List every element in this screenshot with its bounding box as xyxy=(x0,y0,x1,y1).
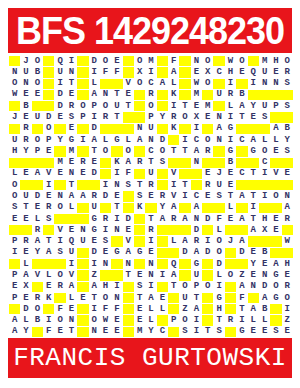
letter-cell: I xyxy=(225,112,236,122)
letter-cell: I xyxy=(259,191,270,201)
letter-cell: E xyxy=(134,304,145,314)
block-cell xyxy=(270,248,281,258)
letter-cell: E xyxy=(111,56,122,66)
letter-cell: S xyxy=(213,191,224,201)
block-cell xyxy=(123,304,134,314)
letter-cell: A xyxy=(270,124,281,134)
letter-cell: L xyxy=(66,293,77,303)
letter-cell: I xyxy=(225,135,236,145)
letter-cell: T xyxy=(236,112,247,122)
letter-cell: E xyxy=(43,282,54,292)
letter-cell: E xyxy=(89,236,100,246)
letter-cell: H xyxy=(282,259,293,269)
block-cell xyxy=(20,225,31,235)
letter-cell: T xyxy=(179,146,190,156)
block-cell xyxy=(282,248,293,258)
letter-cell: E xyxy=(134,315,145,325)
letter-cell: U xyxy=(54,67,65,77)
letter-cell: E xyxy=(202,191,213,201)
letter-cell: N xyxy=(123,259,134,269)
letter-cell: R xyxy=(225,315,236,325)
letter-cell: U xyxy=(89,203,100,213)
letter-cell: U xyxy=(32,112,43,122)
letter-cell: Q xyxy=(168,259,179,269)
letter-cell: V xyxy=(66,270,77,280)
letter-cell: I xyxy=(100,180,111,190)
block-cell xyxy=(282,158,293,168)
block-cell xyxy=(213,203,224,213)
block-cell xyxy=(77,56,88,66)
letter-cell: T xyxy=(134,293,145,303)
letter-cell: O xyxy=(202,135,213,145)
letter-cell: D xyxy=(100,191,111,201)
letter-cell: O xyxy=(213,236,224,246)
letter-cell: A xyxy=(236,101,247,111)
letter-cell: E xyxy=(123,225,134,235)
letter-cell: T xyxy=(202,327,213,337)
letter-cell: A xyxy=(66,191,77,201)
block-cell xyxy=(43,56,54,66)
letter-cell: S xyxy=(213,327,224,337)
letter-cell: A xyxy=(248,225,259,235)
letter-cell: E xyxy=(20,248,31,258)
letter-cell: A xyxy=(236,282,247,292)
letter-cell: T xyxy=(248,191,259,201)
letter-cell: A xyxy=(20,270,31,280)
block-cell xyxy=(32,101,43,111)
letter-cell: A xyxy=(168,203,179,213)
letter-cell: R xyxy=(20,124,31,134)
block-cell xyxy=(134,225,145,235)
letter-cell: O xyxy=(100,101,111,111)
block-cell xyxy=(123,203,134,213)
letter-cell: S xyxy=(134,282,145,292)
letter-cell: O xyxy=(9,180,20,190)
letter-cell: L xyxy=(145,315,156,325)
block-cell xyxy=(111,124,122,134)
block-cell xyxy=(236,124,247,134)
block-cell xyxy=(43,67,54,77)
letter-cell: T xyxy=(66,79,77,89)
block-cell xyxy=(32,124,43,134)
letter-cell: C xyxy=(191,135,202,145)
letter-cell: Q xyxy=(248,67,259,77)
block-cell xyxy=(225,248,236,258)
letter-cell: I xyxy=(43,180,54,190)
letter-cell: G xyxy=(213,293,224,303)
letter-cell: T xyxy=(248,214,259,224)
letter-cell: I xyxy=(145,67,156,77)
letter-cell: R xyxy=(134,158,145,168)
letter-cell: O xyxy=(134,56,145,66)
letter-cell: P xyxy=(270,101,281,111)
letter-cell: T xyxy=(213,315,224,325)
block-cell xyxy=(54,146,65,156)
letter-cell: E xyxy=(54,169,65,179)
letter-cell: A xyxy=(9,315,20,325)
letter-cell: E xyxy=(54,112,65,122)
letter-cell: I xyxy=(111,214,122,224)
letter-cell: R xyxy=(282,214,293,224)
letter-cell: I xyxy=(66,56,77,66)
letter-cell: I xyxy=(54,79,65,89)
letter-cell: E xyxy=(225,214,236,224)
letter-cell: D xyxy=(89,56,100,66)
letter-cell: E xyxy=(225,180,236,190)
block-cell xyxy=(259,236,270,246)
letter-cell: F xyxy=(54,304,65,314)
letter-cell: H xyxy=(9,146,20,156)
letter-cell: A xyxy=(236,236,247,246)
block-cell xyxy=(202,304,213,314)
block-cell xyxy=(168,248,179,258)
letter-cell: O xyxy=(32,135,43,145)
letter-cell: E xyxy=(123,90,134,100)
block-cell xyxy=(213,79,224,89)
block-cell xyxy=(77,248,88,258)
letter-cell: A xyxy=(168,67,179,77)
letter-cell: F xyxy=(43,327,54,337)
letter-cell: A xyxy=(157,214,168,224)
block-cell xyxy=(43,79,54,89)
letter-cell: A xyxy=(248,304,259,314)
block-cell xyxy=(100,158,111,168)
letter-cell: L xyxy=(225,101,236,111)
letter-cell: Z xyxy=(236,270,247,280)
letter-cell: S xyxy=(54,248,65,258)
letter-cell: J xyxy=(225,236,236,246)
letter-cell: L xyxy=(20,315,31,325)
letter-cell: L xyxy=(225,203,236,213)
block-cell xyxy=(100,124,111,134)
letter-cell: E xyxy=(248,248,259,258)
block-cell xyxy=(77,270,88,280)
letter-cell: G xyxy=(66,135,77,145)
letter-cell: R xyxy=(225,90,236,100)
block-cell xyxy=(123,56,134,66)
letter-cell: O xyxy=(32,79,43,89)
block-cell xyxy=(225,225,236,235)
block-cell xyxy=(270,203,281,213)
letter-cell: E xyxy=(282,327,293,337)
letter-cell: R xyxy=(89,191,100,201)
letter-cell: L xyxy=(32,214,43,224)
letter-cell: U xyxy=(259,67,270,77)
letter-cell: A xyxy=(43,248,54,258)
letter-cell: O xyxy=(32,304,43,314)
block-cell xyxy=(236,146,247,156)
block-cell xyxy=(89,180,100,190)
letter-cell: P xyxy=(32,146,43,156)
block-cell xyxy=(123,112,134,122)
letter-cell: N xyxy=(111,225,122,235)
letter-cell: O xyxy=(134,79,145,89)
letter-cell: V xyxy=(43,169,54,179)
letter-cell: D xyxy=(89,169,100,179)
letter-cell: E xyxy=(32,203,43,213)
letter-cell: Y xyxy=(20,146,31,156)
block-cell xyxy=(259,124,270,134)
letter-cell: R xyxy=(32,293,43,303)
block-cell xyxy=(248,158,259,168)
letter-cell: A xyxy=(179,236,190,246)
block-cell xyxy=(157,180,168,190)
block-cell xyxy=(111,270,122,280)
letter-cell: T xyxy=(111,90,122,100)
letter-cell: T xyxy=(248,169,259,179)
letter-cell: E xyxy=(145,191,156,201)
letter-cell: S xyxy=(259,112,270,122)
letter-cell: E xyxy=(77,169,88,179)
letter-cell: A xyxy=(123,158,134,168)
letter-cell: U xyxy=(179,293,190,303)
block-cell xyxy=(179,90,190,100)
letter-cell: E xyxy=(111,191,122,201)
block-cell xyxy=(157,315,168,325)
letter-cell: E xyxy=(20,112,31,122)
block-cell xyxy=(20,158,31,168)
block-cell xyxy=(157,67,168,77)
letter-cell: L xyxy=(168,236,179,246)
letter-cell: T xyxy=(179,180,190,190)
letter-cell: W xyxy=(282,236,293,246)
letter-cell: I xyxy=(179,191,190,201)
letter-cell: L xyxy=(9,169,20,179)
block-cell xyxy=(259,203,270,213)
letter-cell: G xyxy=(111,135,122,145)
block-cell xyxy=(236,259,247,269)
letter-cell: U xyxy=(145,124,156,134)
letter-cell: T xyxy=(89,146,100,156)
letter-cell: C xyxy=(259,158,270,168)
letter-cell: R xyxy=(145,180,156,190)
letter-cell: S xyxy=(66,112,77,122)
letter-cell: I xyxy=(89,259,100,269)
block-cell xyxy=(157,248,168,258)
block-cell xyxy=(9,225,20,235)
block-cell xyxy=(270,180,281,190)
letter-cell: Y xyxy=(248,259,259,269)
letter-cell: T xyxy=(236,304,247,314)
block-cell xyxy=(32,282,43,292)
letter-cell: T xyxy=(145,158,156,168)
letter-cell: Q xyxy=(66,236,77,246)
letter-cell: E xyxy=(191,101,202,111)
block-cell xyxy=(270,236,281,246)
letter-cell: I xyxy=(100,225,111,235)
block-cell xyxy=(157,282,168,292)
letter-cell: T xyxy=(123,270,134,280)
letter-cell: U xyxy=(66,248,77,258)
book-cover: BFS 1429248230 JOQIDOEOMFNOWOMHONUBUNIFF… xyxy=(0,0,300,388)
letter-cell: O xyxy=(282,56,293,66)
block-cell xyxy=(43,259,54,269)
letter-cell: K xyxy=(134,203,145,213)
block-cell xyxy=(123,327,134,337)
letter-cell: W xyxy=(225,56,236,66)
letter-cell: N xyxy=(259,270,270,280)
letter-cell: A xyxy=(157,79,168,89)
block-cell xyxy=(77,304,88,314)
letter-cell: G xyxy=(191,259,202,269)
letter-cell: A xyxy=(123,248,134,258)
letter-cell: D xyxy=(54,101,65,111)
block-cell xyxy=(168,304,179,314)
letter-cell: H xyxy=(259,214,270,224)
letter-cell: B xyxy=(282,124,293,134)
letter-cell: O xyxy=(54,270,65,280)
letter-cell: E xyxy=(43,146,54,156)
block-cell xyxy=(100,203,111,213)
letter-cell: S xyxy=(123,180,134,190)
letter-cell: D xyxy=(20,304,31,314)
block-cell xyxy=(270,158,281,168)
letter-cell: O xyxy=(9,191,20,201)
letter-cell: C xyxy=(157,327,168,337)
block-cell xyxy=(179,124,190,134)
letter-cell: D xyxy=(202,248,213,258)
author-name: FRANCIS GURTOWSKI xyxy=(13,343,287,373)
block-cell xyxy=(9,124,20,134)
block-cell xyxy=(157,236,168,246)
letter-cell: D xyxy=(259,282,270,292)
letter-cell: F xyxy=(100,67,111,77)
letter-cell: U xyxy=(111,101,122,111)
letter-cell: D xyxy=(43,112,54,122)
block-cell xyxy=(157,90,168,100)
author-banner: FRANCIS GURTOWSKI xyxy=(8,338,292,378)
letter-cell: L xyxy=(213,225,224,235)
letter-cell: O xyxy=(54,203,65,213)
block-cell xyxy=(134,259,145,269)
letter-cell: N xyxy=(259,79,270,89)
letter-cell: H xyxy=(225,67,236,77)
letter-cell: X xyxy=(20,282,31,292)
letter-cell: X xyxy=(191,112,202,122)
letter-cell: Y xyxy=(282,135,293,145)
letter-cell: B xyxy=(32,67,43,77)
block-cell xyxy=(168,158,179,168)
letter-cell: J xyxy=(9,112,20,122)
letter-cell: N xyxy=(100,90,111,100)
letter-cell: L xyxy=(168,79,179,89)
block-cell xyxy=(248,180,259,190)
letter-cell: S xyxy=(179,327,190,337)
letter-cell: D xyxy=(89,248,100,258)
letter-cell: O xyxy=(270,282,281,292)
block-cell xyxy=(77,214,88,224)
letter-cell: O xyxy=(43,124,54,134)
letter-cell: N xyxy=(134,124,145,134)
block-cell xyxy=(9,259,20,269)
letter-cell: Y xyxy=(145,327,156,337)
letter-cell: T xyxy=(43,236,54,246)
letter-cell: V xyxy=(123,79,134,89)
block-cell xyxy=(157,101,168,111)
letter-cell: L xyxy=(213,270,224,280)
letter-cell: O xyxy=(179,315,190,325)
letter-cell: T xyxy=(168,146,179,156)
letter-cell: T xyxy=(123,101,134,111)
letter-cell: R xyxy=(168,214,179,224)
letter-cell: K xyxy=(168,124,179,134)
letter-cell: V xyxy=(54,225,65,235)
letter-cell: N xyxy=(145,135,156,145)
letter-cell: G xyxy=(111,248,122,258)
block-cell xyxy=(54,293,65,303)
letter-cell: P xyxy=(77,112,88,122)
letter-cell: S xyxy=(282,79,293,89)
letter-cell: W xyxy=(100,315,111,325)
letter-cell: B xyxy=(259,248,270,258)
letter-cell: N xyxy=(89,327,100,337)
block-cell xyxy=(248,56,259,66)
block-cell xyxy=(9,304,20,314)
letter-cell: I xyxy=(66,259,77,269)
letter-cell: E xyxy=(270,146,281,156)
letter-cell: N xyxy=(111,180,122,190)
letter-cell: R xyxy=(54,282,65,292)
block-cell xyxy=(157,56,168,66)
block-cell xyxy=(123,67,134,77)
letter-cell: L xyxy=(270,135,281,145)
block-cell xyxy=(213,146,224,156)
letter-cell: G xyxy=(236,327,247,337)
block-cell xyxy=(168,225,179,235)
puzzle-grid: JOQIDOEOMFNOWOMHONUBUNIFFXIAEXCHEQUERONO… xyxy=(9,56,293,337)
block-cell xyxy=(179,225,190,235)
letter-cell: O xyxy=(77,101,88,111)
letter-cell: E xyxy=(248,112,259,122)
block-cell xyxy=(236,158,247,168)
block-cell xyxy=(248,124,259,134)
block-cell xyxy=(168,135,179,145)
letter-cell: N xyxy=(213,112,224,122)
letter-cell: R xyxy=(20,135,31,145)
letter-cell: O xyxy=(100,293,111,303)
letter-cell: C xyxy=(145,79,156,89)
letter-cell: A xyxy=(236,214,247,224)
letter-cell: J xyxy=(213,169,224,179)
letter-cell: Q xyxy=(54,56,65,66)
block-cell xyxy=(134,169,145,179)
letter-cell: C xyxy=(145,146,156,156)
letter-cell: A xyxy=(32,169,43,179)
letter-cell: E xyxy=(259,259,270,269)
letter-cell: E xyxy=(282,270,293,280)
letter-cell: T xyxy=(66,180,77,190)
letter-cell: N xyxy=(270,79,281,89)
block-cell xyxy=(32,158,43,168)
letter-cell: V xyxy=(123,236,134,246)
letter-cell: U xyxy=(145,169,156,179)
letter-cell: P xyxy=(89,101,100,111)
letter-cell: T xyxy=(191,293,202,303)
letter-cell: O xyxy=(225,270,236,280)
letter-cell: E xyxy=(225,169,236,179)
letter-cell: O xyxy=(259,146,270,156)
letter-cell: F xyxy=(111,67,122,77)
block-cell xyxy=(179,169,190,179)
letter-cell: E xyxy=(111,315,122,325)
letter-cell: T xyxy=(111,203,122,213)
letter-cell: I xyxy=(213,282,224,292)
letter-cell: S xyxy=(43,214,54,224)
block-cell xyxy=(134,112,145,122)
letter-cell: R xyxy=(282,67,293,77)
letter-cell: H xyxy=(100,282,111,292)
letter-cell: E xyxy=(20,214,31,224)
